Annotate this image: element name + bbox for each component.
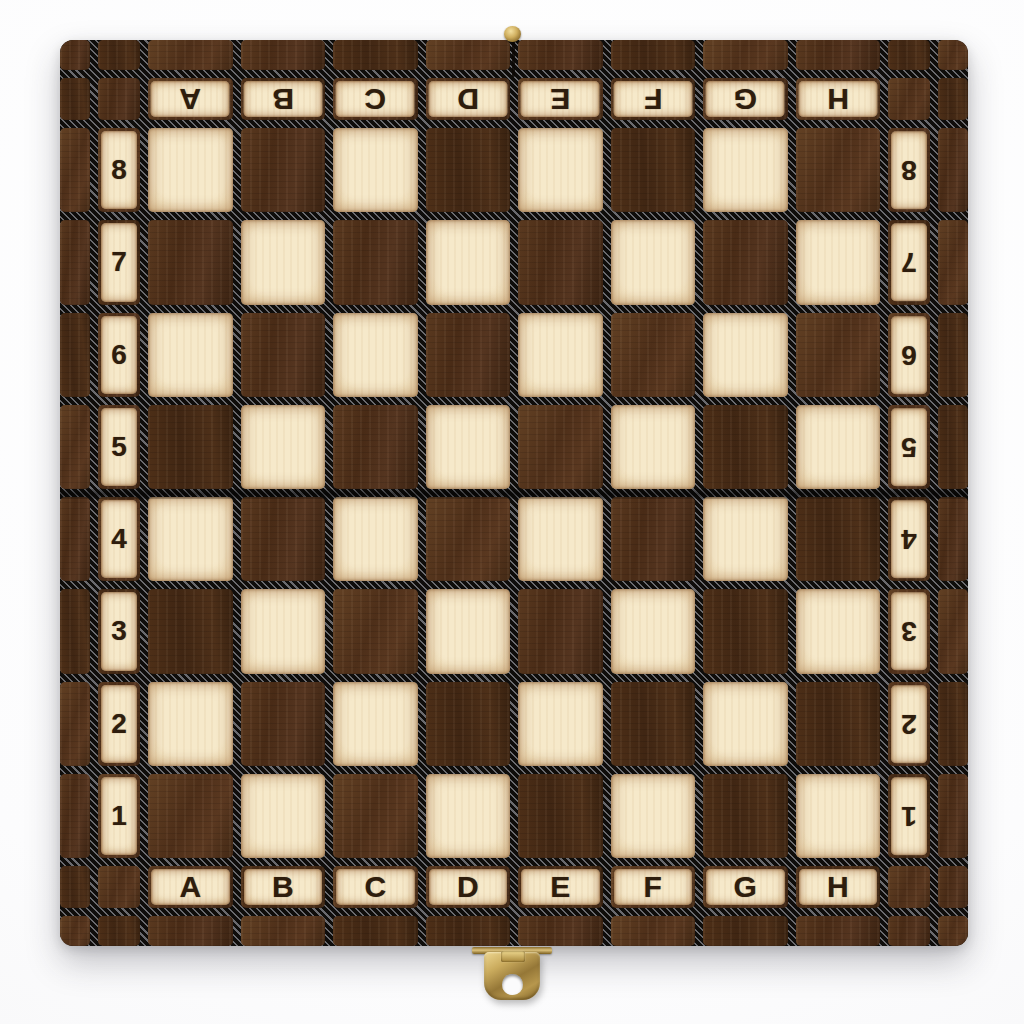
- frame-cell-r0-c6: [518, 40, 603, 70]
- file-letter: C: [336, 869, 415, 905]
- file-label-bottom-h: H: [796, 866, 881, 908]
- square-b2[interactable]: [241, 682, 326, 766]
- frame-cell-r4-c11: [938, 313, 968, 397]
- file-letter: G: [706, 869, 785, 905]
- frame-cell-r5-c11: [938, 405, 968, 489]
- frame-cell-r9-c11: [938, 774, 968, 858]
- frame-cell-r7-c0: [60, 589, 90, 673]
- square-a3[interactable]: [148, 589, 233, 673]
- square-c8[interactable]: [333, 128, 418, 212]
- rank-number: 5: [891, 408, 927, 486]
- frame-cell-r1-c11: [938, 78, 968, 120]
- file-letter: A: [151, 81, 230, 117]
- square-h1[interactable]: [796, 774, 881, 858]
- square-h3[interactable]: [796, 589, 881, 673]
- square-f2[interactable]: [611, 682, 696, 766]
- square-h4[interactable]: [796, 497, 881, 581]
- square-a5[interactable]: [148, 405, 233, 489]
- square-h5[interactable]: [796, 405, 881, 489]
- frame-cell-r6-c0: [60, 497, 90, 581]
- square-d5[interactable]: [426, 405, 511, 489]
- square-b3[interactable]: [241, 589, 326, 673]
- frame-cell-r4-c0: [60, 313, 90, 397]
- square-f4[interactable]: [611, 497, 696, 581]
- file-letter: D: [429, 81, 508, 117]
- square-e7[interactable]: [518, 220, 603, 304]
- square-c7[interactable]: [333, 220, 418, 304]
- frame-cell-r1-c1: [98, 78, 140, 120]
- rank-number: 8: [891, 131, 927, 209]
- file-letter: E: [521, 869, 600, 905]
- rank-number: 3: [891, 592, 927, 670]
- frame-cell-r11-c0: [60, 916, 90, 946]
- file-letter: H: [799, 869, 878, 905]
- frame-cell-r0-c3: [241, 40, 326, 70]
- square-d6[interactable]: [426, 313, 511, 397]
- file-letter: A: [151, 869, 230, 905]
- square-g6[interactable]: [703, 313, 788, 397]
- frame-cell-r6-c11: [938, 497, 968, 581]
- rank-label-left-7: 7: [98, 220, 140, 304]
- clasp-slot: [501, 951, 525, 962]
- square-g7[interactable]: [703, 220, 788, 304]
- square-e8[interactable]: [518, 128, 603, 212]
- rank-number: 4: [101, 500, 137, 578]
- file-label-bottom-e: E: [518, 866, 603, 908]
- rank-number: 3: [101, 592, 137, 670]
- file-letter: D: [429, 869, 508, 905]
- file-letter: C: [336, 81, 415, 117]
- square-g8[interactable]: [703, 128, 788, 212]
- square-c1[interactable]: [333, 774, 418, 858]
- square-a2[interactable]: [148, 682, 233, 766]
- frame-cell-r10-c11: [938, 866, 968, 908]
- square-g4[interactable]: [703, 497, 788, 581]
- file-label-top-d: D: [426, 78, 511, 120]
- file-label-top-e: E: [518, 78, 603, 120]
- rank-label-right-8: 8: [888, 128, 930, 212]
- square-g2[interactable]: [703, 682, 788, 766]
- square-a8[interactable]: [148, 128, 233, 212]
- frame-cell-r3-c11: [938, 220, 968, 304]
- frame-cell-r0-c9: [796, 40, 881, 70]
- frame-cell-r11-c5: [426, 916, 511, 946]
- file-label-bottom-d: D: [426, 866, 511, 908]
- frame-cell-r0-c0: [60, 40, 90, 70]
- frame-cell-r11-c2: [148, 916, 233, 946]
- frame-cell-r11-c3: [241, 916, 326, 946]
- file-label-top-b: B: [241, 78, 326, 120]
- file-letter: F: [614, 869, 693, 905]
- square-b8[interactable]: [241, 128, 326, 212]
- rank-label-right-6: 6: [888, 313, 930, 397]
- square-a4[interactable]: [148, 497, 233, 581]
- square-g5[interactable]: [703, 405, 788, 489]
- rank-label-left-1: 1: [98, 774, 140, 858]
- rank-label-left-2: 2: [98, 682, 140, 766]
- square-c5[interactable]: [333, 405, 418, 489]
- file-label-top-g: G: [703, 78, 788, 120]
- clasp-hole: [502, 974, 523, 995]
- square-e5[interactable]: [518, 405, 603, 489]
- frame-cell-r11-c1: [98, 916, 140, 946]
- square-c6[interactable]: [333, 313, 418, 397]
- frame-cell-r11-c9: [796, 916, 881, 946]
- square-b7[interactable]: [241, 220, 326, 304]
- square-f6[interactable]: [611, 313, 696, 397]
- square-b6[interactable]: [241, 313, 326, 397]
- square-e1[interactable]: [518, 774, 603, 858]
- file-label-bottom-b: B: [241, 866, 326, 908]
- rank-label-left-3: 3: [98, 589, 140, 673]
- square-c3[interactable]: [333, 589, 418, 673]
- rank-number: 1: [891, 777, 927, 855]
- frame-cell-r0-c7: [611, 40, 696, 70]
- square-h7[interactable]: [796, 220, 881, 304]
- square-c4[interactable]: [333, 497, 418, 581]
- frame-cell-r11-c4: [333, 916, 418, 946]
- square-f5[interactable]: [611, 405, 696, 489]
- frame-cell-r11-c11: [938, 916, 968, 946]
- square-a6[interactable]: [148, 313, 233, 397]
- square-b5[interactable]: [241, 405, 326, 489]
- brass-hinge-pin: [504, 26, 521, 42]
- file-letter: B: [244, 81, 323, 117]
- file-letter: G: [706, 81, 785, 117]
- square-e3[interactable]: [518, 589, 603, 673]
- rank-number: 8: [101, 131, 137, 209]
- file-label-bottom-a: A: [148, 866, 233, 908]
- square-d4[interactable]: [426, 497, 511, 581]
- square-g1[interactable]: [703, 774, 788, 858]
- hinge-seam: [512, 40, 515, 77]
- frame-cell-r0-c11: [938, 40, 968, 70]
- frame-cell-r9-c0: [60, 774, 90, 858]
- square-d1[interactable]: [426, 774, 511, 858]
- file-label-top-a: A: [148, 78, 233, 120]
- file-label-bottom-g: G: [703, 866, 788, 908]
- frame-cell-r10-c10: [888, 866, 930, 908]
- frame-cell-r0-c5: [426, 40, 511, 70]
- frame-cell-r2-c0: [60, 128, 90, 212]
- file-label-top-c: C: [333, 78, 418, 120]
- rank-number: 7: [101, 223, 137, 301]
- file-letter: B: [244, 869, 323, 905]
- frame-cell-r8-c11: [938, 682, 968, 766]
- square-a7[interactable]: [148, 220, 233, 304]
- chess-board: ABCDEFGH8877665544332211ABCDEFGH: [60, 40, 968, 946]
- square-f3[interactable]: [611, 589, 696, 673]
- frame-cell-r0-c8: [703, 40, 788, 70]
- square-d8[interactable]: [426, 128, 511, 212]
- square-h6[interactable]: [796, 313, 881, 397]
- file-letter: H: [799, 81, 878, 117]
- square-f8[interactable]: [611, 128, 696, 212]
- square-f1[interactable]: [611, 774, 696, 858]
- frame-cell-r10-c1: [98, 866, 140, 908]
- frame-cell-r5-c0: [60, 405, 90, 489]
- square-e2[interactable]: [518, 682, 603, 766]
- rank-number: 7: [891, 223, 927, 301]
- rank-number: 2: [101, 685, 137, 763]
- rank-number: 6: [891, 316, 927, 394]
- rank-label-right-3: 3: [888, 589, 930, 673]
- file-label-top-f: F: [611, 78, 696, 120]
- rank-label-left-5: 5: [98, 405, 140, 489]
- frame-cell-r11-c8: [703, 916, 788, 946]
- square-b1[interactable]: [241, 774, 326, 858]
- frame-cell-r1-c0: [60, 78, 90, 120]
- rank-label-right-7: 7: [888, 220, 930, 304]
- frame-cell-r0-c1: [98, 40, 140, 70]
- square-e6[interactable]: [518, 313, 603, 397]
- rank-number: 4: [891, 500, 927, 578]
- frame-cell-r8-c0: [60, 682, 90, 766]
- rank-number: 1: [101, 777, 137, 855]
- frame-cell-r0-c4: [333, 40, 418, 70]
- frame-cell-r10-c0: [60, 866, 90, 908]
- rank-label-right-4: 4: [888, 497, 930, 581]
- frame-cell-r7-c11: [938, 589, 968, 673]
- rank-label-right-2: 2: [888, 682, 930, 766]
- file-label-top-h: H: [796, 78, 881, 120]
- file-letter: E: [521, 81, 600, 117]
- frame-cell-r11-c7: [611, 916, 696, 946]
- rank-label-left-4: 4: [98, 497, 140, 581]
- square-f7[interactable]: [611, 220, 696, 304]
- file-label-bottom-c: C: [333, 866, 418, 908]
- file-letter: F: [614, 81, 693, 117]
- frame-cell-r11-c6: [518, 916, 603, 946]
- rank-number: 2: [891, 685, 927, 763]
- square-d7[interactable]: [426, 220, 511, 304]
- rank-label-left-8: 8: [98, 128, 140, 212]
- file-label-bottom-f: F: [611, 866, 696, 908]
- square-g3[interactable]: [703, 589, 788, 673]
- frame-cell-r3-c0: [60, 220, 90, 304]
- square-c2[interactable]: [333, 682, 418, 766]
- square-a1[interactable]: [148, 774, 233, 858]
- rank-label-right-1: 1: [888, 774, 930, 858]
- frame-cell-r11-c10: [888, 916, 930, 946]
- rank-number: 5: [101, 408, 137, 486]
- frame-cell-r0-c10: [888, 40, 930, 70]
- frame-cell-r0-c2: [148, 40, 233, 70]
- frame-cell-r1-c10: [888, 78, 930, 120]
- square-h2[interactable]: [796, 682, 881, 766]
- square-d2[interactable]: [426, 682, 511, 766]
- frame-cell-r2-c11: [938, 128, 968, 212]
- square-h8[interactable]: [796, 128, 881, 212]
- square-b4[interactable]: [241, 497, 326, 581]
- rank-label-right-5: 5: [888, 405, 930, 489]
- square-d3[interactable]: [426, 589, 511, 673]
- square-e4[interactable]: [518, 497, 603, 581]
- rank-label-left-6: 6: [98, 313, 140, 397]
- rank-number: 6: [101, 316, 137, 394]
